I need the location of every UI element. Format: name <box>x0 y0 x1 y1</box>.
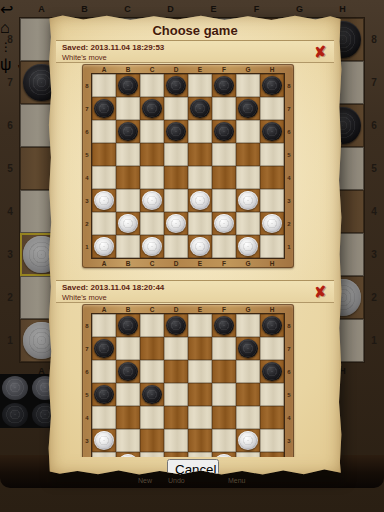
rank-label: 3 <box>0 233 20 276</box>
file-label: E <box>192 4 235 14</box>
square-g5 <box>236 143 260 166</box>
square-h6 <box>260 360 284 383</box>
rank-label: 8 <box>284 74 294 97</box>
rank-label: 2 <box>284 452 294 457</box>
rank-label: 4 <box>82 406 92 429</box>
square-f1 <box>212 235 236 258</box>
black-piece <box>118 76 138 95</box>
delete-save-icon[interactable]: ✘ <box>314 282 328 301</box>
rank-label: 4 <box>82 166 92 189</box>
square-c1 <box>140 235 164 258</box>
white-piece <box>190 237 210 256</box>
square-e3 <box>188 429 212 452</box>
rank-label: 4 <box>0 190 20 233</box>
square-g7 <box>236 337 260 360</box>
rank-label: 5 <box>82 383 92 406</box>
square-a7 <box>92 337 116 360</box>
white-piece <box>238 237 258 256</box>
square-d2 <box>164 212 188 235</box>
rank-label: 7 <box>284 337 294 360</box>
file-label: D <box>164 260 188 267</box>
white-piece <box>142 191 162 210</box>
rank-label: 8 <box>82 74 92 97</box>
square-g6 <box>236 120 260 143</box>
black-piece <box>262 362 282 381</box>
square-c8 <box>140 314 164 337</box>
toolbar-item-undo: Undo <box>168 477 185 484</box>
file-label: G <box>278 4 321 14</box>
square-e6 <box>188 360 212 383</box>
square-b4 <box>116 166 140 189</box>
square-e7 <box>188 337 212 360</box>
square-c6 <box>140 120 164 143</box>
square-a6 <box>92 360 116 383</box>
board-middle: 8765432187654321 <box>82 314 294 457</box>
save-entry-1[interactable]: Saved: 2013.11.04 18:29:53 White's move … <box>56 40 334 63</box>
rank-label: 8 <box>364 18 384 61</box>
square-f5 <box>212 383 236 406</box>
rank-label: 1 <box>0 319 20 362</box>
square-b5 <box>116 143 140 166</box>
square-g5 <box>236 383 260 406</box>
file-label: B <box>63 4 106 14</box>
square-d4 <box>164 406 188 429</box>
square-h8 <box>260 314 284 337</box>
square-b4 <box>116 406 140 429</box>
rank-labels: 87654321 <box>284 74 294 258</box>
rank-label: 3 <box>82 189 92 212</box>
square-d2 <box>164 452 188 457</box>
black-piece <box>238 99 258 118</box>
screen: ABCDEFGH8765432187654321ABCDEFGH New Und… <box>0 0 384 512</box>
square-g2 <box>236 452 260 457</box>
square-h4 <box>260 166 284 189</box>
file-label: H <box>260 306 284 313</box>
square-a4 <box>92 166 116 189</box>
save-2-board-preview[interactable]: ABCDEFGH8765432187654321ABCDEFGH <box>82 304 294 457</box>
rank-label: 2 <box>284 212 294 235</box>
rank-label: 8 <box>284 314 294 337</box>
square-f3 <box>212 429 236 452</box>
black-piece <box>118 316 138 335</box>
file-label: C <box>106 4 149 14</box>
square-c5 <box>140 143 164 166</box>
square-e2 <box>188 212 212 235</box>
save-timestamp: Saved: 2013.11.04 18:20:44 <box>62 283 328 293</box>
save-turn: White's move <box>62 293 328 302</box>
square-d7 <box>164 97 188 120</box>
black-piece <box>262 122 282 141</box>
file-label: C <box>140 306 164 313</box>
rank-label: 4 <box>284 406 294 429</box>
square-g4 <box>236 406 260 429</box>
square-b7 <box>116 97 140 120</box>
square-g8 <box>236 74 260 97</box>
file-label: E <box>188 66 212 73</box>
white-piece <box>118 454 138 457</box>
rank-label: 2 <box>364 276 384 319</box>
rank-label: 7 <box>284 97 294 120</box>
square-a5 <box>92 383 116 406</box>
square-c7 <box>140 97 164 120</box>
tray-black-piece <box>2 403 28 427</box>
square-h6 <box>260 120 284 143</box>
square-c4 <box>140 166 164 189</box>
square-f3 <box>212 189 236 212</box>
white-piece <box>214 454 234 457</box>
rank-label: 1 <box>284 235 294 258</box>
square-b1 <box>116 235 140 258</box>
black-piece <box>262 76 282 95</box>
square-a8 <box>92 314 116 337</box>
square-h3 <box>260 189 284 212</box>
file-label: A <box>92 306 116 313</box>
black-piece <box>214 76 234 95</box>
square-h2 <box>260 212 284 235</box>
square-b2 <box>116 452 140 457</box>
square-f5 <box>212 143 236 166</box>
rank-label: 5 <box>284 143 294 166</box>
square-e8 <box>188 314 212 337</box>
square-a4 <box>92 406 116 429</box>
rank-labels: 87654321 <box>364 18 384 362</box>
file-label: D <box>164 66 188 73</box>
rank-label: 3 <box>82 429 92 452</box>
square-a5 <box>92 143 116 166</box>
square-f7 <box>212 97 236 120</box>
white-piece <box>190 191 210 210</box>
square-a6 <box>92 120 116 143</box>
rank-label: 4 <box>284 166 294 189</box>
rank-labels: 87654321 <box>0 18 20 362</box>
rank-label: 3 <box>364 233 384 276</box>
square-f8 <box>212 74 236 97</box>
white-piece <box>94 237 114 256</box>
square-e8 <box>188 74 212 97</box>
white-piece <box>118 214 138 233</box>
square-h5 <box>260 143 284 166</box>
square-a1 <box>92 235 116 258</box>
square-e5 <box>188 383 212 406</box>
rank-label: 2 <box>82 452 92 457</box>
square-b7 <box>116 337 140 360</box>
square-b5 <box>116 383 140 406</box>
square-d3 <box>164 189 188 212</box>
square-f4 <box>212 166 236 189</box>
square-c4 <box>140 406 164 429</box>
file-label: A <box>92 66 116 73</box>
black-piece <box>214 122 234 141</box>
square-f6 <box>212 120 236 143</box>
save-entry-2[interactable]: Saved: 2013.11.04 18:20:44 White's move … <box>56 280 334 303</box>
black-piece <box>142 99 162 118</box>
square-h4 <box>260 406 284 429</box>
square-g8 <box>236 314 260 337</box>
square-f8 <box>212 314 236 337</box>
choose-game-dialog: Choose game Saved: 2013.11.04 18:29:53 W… <box>48 14 342 476</box>
square-e4 <box>188 406 212 429</box>
square-d8 <box>164 314 188 337</box>
underlying-toolbar: New Undo Menu <box>0 474 384 488</box>
black-piece <box>94 385 114 404</box>
black-piece <box>118 362 138 381</box>
square-c3 <box>140 189 164 212</box>
black-piece <box>166 316 186 335</box>
square-e1 <box>188 235 212 258</box>
black-piece <box>142 385 162 404</box>
square-d6 <box>164 120 188 143</box>
square-b6 <box>116 120 140 143</box>
square-e4 <box>188 166 212 189</box>
file-label: F <box>212 260 236 267</box>
rank-label: 2 <box>82 212 92 235</box>
rank-label: 5 <box>0 147 20 190</box>
square-b6 <box>116 360 140 383</box>
file-label: F <box>212 66 236 73</box>
rank-label: 6 <box>284 360 294 383</box>
square-h5 <box>260 383 284 406</box>
black-piece <box>238 339 258 358</box>
file-label: G <box>236 260 260 267</box>
save-timestamp: Saved: 2013.11.04 18:29:53 <box>62 43 328 53</box>
save-2-board-clip: ABCDEFGH8765432187654321ABCDEFGH <box>48 304 342 457</box>
file-label: H <box>260 66 284 73</box>
square-g4 <box>236 166 260 189</box>
board-grid <box>92 314 284 457</box>
square-h1 <box>260 235 284 258</box>
rank-label: 3 <box>284 429 294 452</box>
save-turn: White's move <box>62 53 328 62</box>
rank-label: 6 <box>364 104 384 147</box>
rank-label: 7 <box>82 97 92 120</box>
file-label: D <box>149 4 192 14</box>
delete-save-icon[interactable]: ✘ <box>314 42 328 61</box>
square-h7 <box>260 97 284 120</box>
white-piece <box>214 214 234 233</box>
square-b3 <box>116 189 140 212</box>
square-e2 <box>188 452 212 457</box>
square-b3 <box>116 429 140 452</box>
square-f7 <box>212 337 236 360</box>
file-label: F <box>235 4 278 14</box>
file-label: D <box>164 306 188 313</box>
board-middle: 8765432187654321 <box>82 74 294 258</box>
square-d5 <box>164 383 188 406</box>
white-piece <box>238 191 258 210</box>
square-a3 <box>92 189 116 212</box>
square-b2 <box>116 212 140 235</box>
rank-label: 5 <box>82 143 92 166</box>
square-d6 <box>164 360 188 383</box>
white-piece <box>94 191 114 210</box>
square-c8 <box>140 74 164 97</box>
square-a2 <box>92 212 116 235</box>
rank-label: 8 <box>0 18 20 61</box>
rank-labels: 87654321 <box>82 74 92 258</box>
square-e6 <box>188 120 212 143</box>
rank-label: 7 <box>0 61 20 104</box>
square-c2 <box>140 452 164 457</box>
file-label: B <box>116 66 140 73</box>
file-label: B <box>116 260 140 267</box>
square-d4 <box>164 166 188 189</box>
rank-label: 2 <box>0 276 20 319</box>
black-piece <box>166 76 186 95</box>
square-h8 <box>260 74 284 97</box>
square-b8 <box>116 74 140 97</box>
square-a3 <box>92 429 116 452</box>
dialog-title: Choose game <box>48 23 342 38</box>
rank-label: 4 <box>364 190 384 233</box>
black-piece <box>262 316 282 335</box>
square-d7 <box>164 337 188 360</box>
square-g7 <box>236 97 260 120</box>
file-labels: ABCDEFGH <box>0 0 384 18</box>
black-piece <box>214 316 234 335</box>
white-piece <box>94 431 114 450</box>
square-h3 <box>260 429 284 452</box>
black-piece <box>118 122 138 141</box>
square-c6 <box>140 360 164 383</box>
toolbar-item-new: New <box>138 477 152 484</box>
black-piece <box>166 122 186 141</box>
white-piece <box>238 431 258 450</box>
square-d3 <box>164 429 188 452</box>
square-d1 <box>164 235 188 258</box>
rank-label: 1 <box>364 319 384 362</box>
square-f4 <box>212 406 236 429</box>
square-g3 <box>236 189 260 212</box>
white-piece <box>142 237 162 256</box>
rank-label: 7 <box>364 61 384 104</box>
file-label: F <box>212 306 236 313</box>
file-label: A <box>92 260 116 267</box>
file-label: E <box>188 260 212 267</box>
rank-label: 3 <box>284 189 294 212</box>
rank-label: 8 <box>82 314 92 337</box>
file-label: C <box>140 66 164 73</box>
file-label: G <box>236 306 260 313</box>
square-g1 <box>236 235 260 258</box>
rank-labels: 87654321 <box>82 314 92 457</box>
square-c2 <box>140 212 164 235</box>
white-piece <box>166 214 186 233</box>
square-a2 <box>92 452 116 457</box>
file-label: G <box>236 66 260 73</box>
file-labels: ABCDEFGH <box>82 258 294 268</box>
rank-label: 1 <box>82 235 92 258</box>
file-label: A <box>20 4 63 14</box>
black-piece <box>190 99 210 118</box>
file-labels: ABCDEFGH <box>82 304 294 314</box>
square-f2 <box>212 212 236 235</box>
file-label: E <box>188 306 212 313</box>
square-e5 <box>188 143 212 166</box>
square-f2 <box>212 452 236 457</box>
square-d5 <box>164 143 188 166</box>
square-f6 <box>212 360 236 383</box>
save-1-board-preview[interactable]: ABCDEFGH8765432187654321ABCDEFGH <box>82 64 294 268</box>
rank-label: 5 <box>364 147 384 190</box>
square-c5 <box>140 383 164 406</box>
square-e7 <box>188 97 212 120</box>
rank-label: 6 <box>284 120 294 143</box>
square-h2 <box>260 452 284 457</box>
square-b8 <box>116 314 140 337</box>
file-label: C <box>140 260 164 267</box>
square-c3 <box>140 429 164 452</box>
square-g2 <box>236 212 260 235</box>
board-grid <box>92 74 284 258</box>
square-a8 <box>92 74 116 97</box>
rank-label: 6 <box>82 120 92 143</box>
rank-label: 6 <box>0 104 20 147</box>
file-label: B <box>116 306 140 313</box>
tray-white-piece <box>2 376 28 400</box>
black-piece <box>94 99 114 118</box>
rank-label: 6 <box>82 360 92 383</box>
white-piece <box>262 214 282 233</box>
file-labels: ABCDEFGH <box>82 64 294 74</box>
toolbar-item-menu: Menu <box>228 477 246 484</box>
square-e3 <box>188 189 212 212</box>
black-piece <box>94 339 114 358</box>
square-h7 <box>260 337 284 360</box>
square-g6 <box>236 360 260 383</box>
square-g3 <box>236 429 260 452</box>
square-c7 <box>140 337 164 360</box>
file-label: H <box>321 4 364 14</box>
rank-label: 5 <box>284 383 294 406</box>
file-label: H <box>260 260 284 267</box>
square-a7 <box>92 97 116 120</box>
rank-labels: 87654321 <box>284 314 294 457</box>
square-d8 <box>164 74 188 97</box>
rank-label: 7 <box>82 337 92 360</box>
